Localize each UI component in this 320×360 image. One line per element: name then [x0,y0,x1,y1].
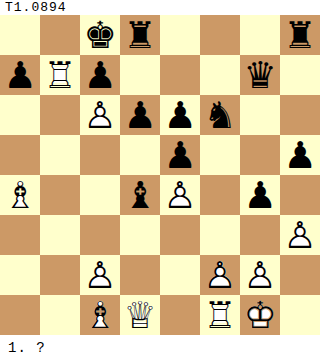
square-g2[interactable]: ♟♙ [240,255,280,295]
square-a7[interactable]: ♟ [0,55,40,95]
black-pawn-piece: ♟ [120,95,160,135]
square-h2[interactable] [280,255,320,295]
square-b6[interactable] [40,95,80,135]
square-a4[interactable]: ♝♗ [0,175,40,215]
white-pawn-piece: ♙ [200,255,240,295]
white-queen-piece-fill: ♛ [120,295,160,335]
square-a2[interactable] [0,255,40,295]
chess-board: ♚♜♜♟♜♖♟♛♟♙♟♟♞♟♟♝♗♝♟♙♟♟♙♟♙♟♙♟♙♝♗♛♕♜♖♚♔ [0,15,320,335]
square-a6[interactable] [0,95,40,135]
white-bishop-piece-fill: ♝ [0,175,40,215]
white-rook-piece: ♖ [40,55,80,95]
white-pawn-piece: ♙ [80,255,120,295]
black-pawn-piece: ♟ [0,55,40,95]
white-queen-piece: ♕ [120,295,160,335]
white-rook-piece: ♖ [200,295,240,335]
square-f8[interactable] [200,15,240,55]
white-rook-piece-fill: ♜ [200,295,240,335]
square-b8[interactable] [40,15,80,55]
white-pawn-piece-fill: ♟ [200,255,240,295]
square-c8[interactable]: ♚ [80,15,120,55]
square-c3[interactable] [80,215,120,255]
white-pawn-piece: ♙ [240,255,280,295]
square-f5[interactable] [200,135,240,175]
black-knight-piece: ♞ [200,95,240,135]
square-e2[interactable] [160,255,200,295]
square-c1[interactable]: ♝♗ [80,295,120,335]
square-b2[interactable] [40,255,80,295]
square-e3[interactable] [160,215,200,255]
black-pawn-piece: ♟ [160,95,200,135]
square-b7[interactable]: ♜♖ [40,55,80,95]
square-d6[interactable]: ♟ [120,95,160,135]
square-h5[interactable]: ♟ [280,135,320,175]
black-pawn-piece: ♟ [160,135,200,175]
black-pawn-piece: ♟ [240,175,280,215]
white-pawn-piece: ♙ [80,95,120,135]
square-b3[interactable] [40,215,80,255]
black-queen-piece: ♛ [240,55,280,95]
square-h1[interactable] [280,295,320,335]
square-d4[interactable]: ♝ [120,175,160,215]
white-pawn-piece-fill: ♟ [160,175,200,215]
square-c2[interactable]: ♟♙ [80,255,120,295]
square-h7[interactable] [280,55,320,95]
white-pawn-piece-fill: ♟ [80,95,120,135]
square-h8[interactable]: ♜ [280,15,320,55]
white-pawn-piece: ♙ [280,215,320,255]
square-b1[interactable] [40,295,80,335]
white-bishop-piece-fill: ♝ [80,295,120,335]
black-bishop-piece: ♝ [120,175,160,215]
square-g7[interactable]: ♛ [240,55,280,95]
square-f4[interactable] [200,175,240,215]
square-f1[interactable]: ♜♖ [200,295,240,335]
square-c5[interactable] [80,135,120,175]
square-a3[interactable] [0,215,40,255]
black-king-piece: ♚ [80,15,120,55]
black-pawn-piece: ♟ [80,55,120,95]
white-bishop-piece: ♗ [80,295,120,335]
white-rook-piece-fill: ♜ [40,55,80,95]
white-pawn-piece-fill: ♟ [240,255,280,295]
square-h6[interactable] [280,95,320,135]
square-f7[interactable] [200,55,240,95]
white-pawn-piece-fill: ♟ [280,215,320,255]
square-d7[interactable] [120,55,160,95]
square-f2[interactable]: ♟♙ [200,255,240,295]
square-f3[interactable] [200,215,240,255]
square-h3[interactable]: ♟♙ [280,215,320,255]
puzzle-title: T1.0894 [0,0,320,15]
square-g6[interactable] [240,95,280,135]
white-king-piece-fill: ♚ [240,295,280,335]
square-g1[interactable]: ♚♔ [240,295,280,335]
square-a1[interactable] [0,295,40,335]
square-e8[interactable] [160,15,200,55]
square-e1[interactable] [160,295,200,335]
square-h4[interactable] [280,175,320,215]
square-d5[interactable] [120,135,160,175]
square-c7[interactable]: ♟ [80,55,120,95]
black-rook-piece: ♜ [120,15,160,55]
square-g3[interactable] [240,215,280,255]
square-f6[interactable]: ♞ [200,95,240,135]
square-c4[interactable] [80,175,120,215]
square-d3[interactable] [120,215,160,255]
square-e4[interactable]: ♟♙ [160,175,200,215]
white-pawn-piece: ♙ [160,175,200,215]
square-c6[interactable]: ♟♙ [80,95,120,135]
black-rook-piece: ♜ [280,15,320,55]
black-pawn-piece: ♟ [280,135,320,175]
square-g8[interactable] [240,15,280,55]
white-king-piece: ♔ [240,295,280,335]
square-b4[interactable] [40,175,80,215]
square-a8[interactable] [0,15,40,55]
square-g5[interactable] [240,135,280,175]
square-e6[interactable]: ♟ [160,95,200,135]
move-prompt: 1. ? [0,335,320,360]
square-d2[interactable] [120,255,160,295]
square-b5[interactable] [40,135,80,175]
white-pawn-piece-fill: ♟ [80,255,120,295]
white-bishop-piece: ♗ [0,175,40,215]
square-d1[interactable]: ♛♕ [120,295,160,335]
square-a5[interactable] [0,135,40,175]
square-g4[interactable]: ♟ [240,175,280,215]
square-e5[interactable]: ♟ [160,135,200,175]
square-d8[interactable]: ♜ [120,15,160,55]
square-e7[interactable] [160,55,200,95]
